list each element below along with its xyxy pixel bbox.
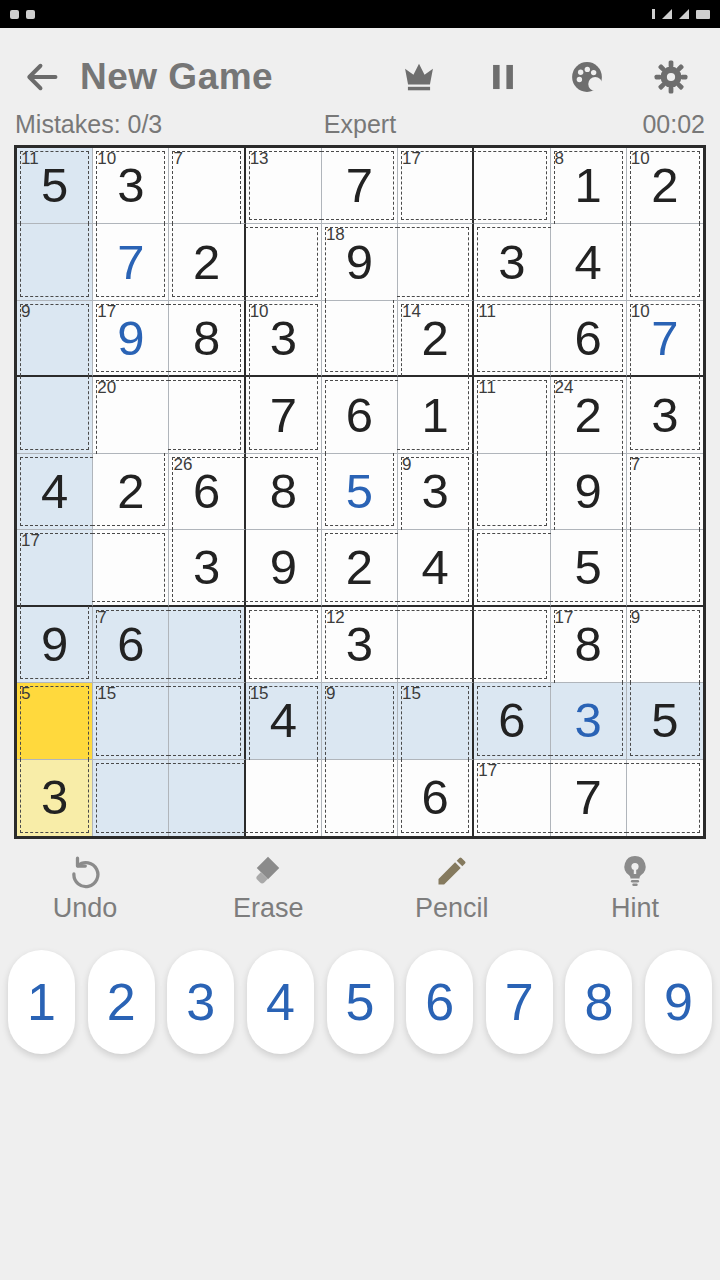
cell-r6c1[interactable]: 17 — [17, 530, 93, 606]
erase-button[interactable]: Erase — [223, 853, 313, 924]
cell-r9c5[interactable] — [322, 760, 398, 836]
cell-r6c6[interactable]: 4 — [398, 530, 474, 606]
pencil-icon — [434, 853, 470, 889]
status-bar — [0, 0, 720, 28]
cell-r7c3[interactable] — [169, 607, 245, 683]
cell-r1c8[interactable]: 81 — [551, 148, 627, 224]
cell-r4c8[interactable]: 242 — [551, 377, 627, 453]
undo-button[interactable]: Undo — [40, 853, 130, 924]
given-digit: 2 — [651, 161, 678, 210]
cell-r1c6[interactable]: 17 — [398, 148, 474, 224]
given-digit: 8 — [575, 620, 602, 669]
num-button-digit: 5 — [346, 972, 375, 1032]
given-digit: 8 — [193, 314, 220, 363]
cell-r7c9[interactable]: 9 — [627, 607, 703, 683]
cell-r9c6[interactable]: 6 — [398, 760, 474, 836]
given-digit: 7 — [346, 161, 373, 210]
cell-r4c2[interactable]: 20 — [93, 377, 169, 453]
given-digit: 9 — [346, 238, 373, 287]
page-title: New Game — [80, 56, 273, 98]
given-digit: 1 — [422, 391, 449, 440]
given-digit: 3 — [270, 314, 297, 363]
cage-sum-label: 17 — [555, 607, 574, 628]
erase-label: Erase — [233, 893, 304, 924]
num-button-digit: 2 — [107, 972, 136, 1032]
back-arrow-icon — [24, 59, 60, 95]
alarm-icon — [652, 9, 655, 19]
back-button[interactable] — [22, 57, 62, 97]
cell-r6c8[interactable]: 5 — [551, 530, 627, 606]
cage-sum-label: 17 — [21, 530, 40, 551]
cell-r8c1[interactable]: 5 — [17, 683, 93, 759]
settings-icon[interactable] — [652, 58, 690, 96]
cell-r6c5[interactable]: 2 — [322, 530, 398, 606]
cell-r2c8[interactable]: 4 — [551, 224, 627, 300]
given-digit: 1 — [575, 161, 602, 210]
cage-sum-label: 9 — [21, 301, 30, 322]
cell-r8c6[interactable]: 15 — [398, 683, 474, 759]
toolbar: Undo Erase Pencil Hint — [0, 839, 720, 924]
cell-r5c6[interactable]: 93 — [398, 454, 474, 530]
user-digit: 5 — [346, 467, 373, 516]
cage-sum-label: 12 — [326, 607, 345, 628]
given-digit: 9 — [41, 620, 68, 669]
cell-r5c3[interactable]: 266 — [169, 454, 245, 530]
cage-sum-label: 10 — [97, 148, 116, 169]
cell-r3c9[interactable]: 107 — [627, 301, 703, 377]
user-digit: 7 — [117, 238, 144, 287]
pencil-label: Pencil — [415, 893, 489, 924]
cell-r2c2[interactable]: 7 — [93, 224, 169, 300]
num-button-digit: 7 — [505, 972, 534, 1032]
given-digit: 2 — [193, 238, 220, 287]
user-digit: 7 — [651, 314, 678, 363]
cage-sum-label: 10 — [631, 301, 650, 322]
num-button-9[interactable]: 9 — [645, 950, 712, 1054]
cell-r4c5[interactable]: 6 — [322, 377, 398, 453]
given-digit: 3 — [193, 543, 220, 592]
cell-r4c4[interactable]: 7 — [246, 377, 322, 453]
num-button-1[interactable]: 1 — [8, 950, 75, 1054]
cell-r8c2[interactable]: 15 — [93, 683, 169, 759]
notification-icon — [26, 10, 35, 19]
cell-r6c3[interactable]: 3 — [169, 530, 245, 606]
num-button-digit: 8 — [584, 972, 613, 1032]
cell-r7c2[interactable]: 76 — [93, 607, 169, 683]
cell-r7c8[interactable]: 178 — [551, 607, 627, 683]
cell-r9c2[interactable] — [93, 760, 169, 836]
cage-sum-label: 9 — [326, 683, 335, 704]
wifi-icon — [679, 9, 689, 19]
num-button-5[interactable]: 5 — [327, 950, 394, 1054]
cell-r9c7[interactable]: 17 — [474, 760, 550, 836]
cage-sum-label: 17 — [478, 760, 497, 781]
cell-r9c4[interactable] — [246, 760, 322, 836]
given-digit: 7 — [270, 391, 297, 440]
given-digit: 6 — [193, 467, 220, 516]
cell-r8c3[interactable] — [169, 683, 245, 759]
user-digit: 3 — [575, 696, 602, 745]
cell-r5c7[interactable] — [474, 454, 550, 530]
given-digit: 5 — [651, 696, 678, 745]
given-digit: 7 — [575, 773, 602, 822]
cell-r1c5[interactable]: 7 — [322, 148, 398, 224]
cage-sum-label: 15 — [250, 683, 269, 704]
cell-r3c4[interactable]: 103 — [246, 301, 322, 377]
given-digit: 3 — [651, 391, 678, 440]
given-digit: 4 — [41, 467, 68, 516]
cage-sum-label: 8 — [555, 148, 564, 169]
given-digit: 9 — [270, 543, 297, 592]
given-digit: 3 — [117, 161, 144, 210]
hint-icon — [617, 853, 653, 889]
num-button-digit: 3 — [186, 972, 215, 1032]
given-digit: 8 — [270, 467, 297, 516]
cage-sum-label: 15 — [402, 683, 421, 704]
cage-sum-label: 9 — [402, 454, 411, 475]
crown-icon[interactable] — [400, 58, 438, 96]
cage-sum-label: 15 — [97, 683, 116, 704]
cell-r3c8[interactable]: 6 — [551, 301, 627, 377]
cell-r3c5[interactable] — [322, 301, 398, 377]
num-button-7[interactable]: 7 — [486, 950, 553, 1054]
undo-label: Undo — [53, 893, 118, 924]
cage-sum-label: 10 — [250, 301, 269, 322]
header: New Game — [0, 28, 720, 104]
info-row: Mistakes: 0/3 Expert 00:02 — [0, 104, 720, 143]
cell-r1c4[interactable]: 13 — [246, 148, 322, 224]
cell-r8c5[interactable]: 9 — [322, 683, 398, 759]
num-button-3[interactable]: 3 — [167, 950, 234, 1054]
cage-sum-label: 17 — [97, 301, 116, 322]
cage-sum-label: 26 — [173, 454, 192, 475]
cell-r5c5[interactable]: 5 — [322, 454, 398, 530]
erase-icon — [250, 853, 286, 889]
cage-sum-label: 14 — [402, 301, 421, 322]
cell-r4c9[interactable]: 3 — [627, 377, 703, 453]
cell-r4c1[interactable] — [17, 377, 93, 453]
cage-sum-label: 7 — [97, 607, 106, 628]
cell-r6c9[interactable] — [627, 530, 703, 606]
given-digit: 4 — [422, 543, 449, 592]
given-digit: 2 — [422, 314, 449, 363]
cell-r9c9[interactable] — [627, 760, 703, 836]
cage-sum-label: 11 — [21, 148, 39, 169]
cage-sum-label: 7 — [173, 148, 182, 169]
given-digit: 2 — [575, 391, 602, 440]
given-digit: 2 — [346, 543, 373, 592]
given-digit: 3 — [422, 467, 449, 516]
cell-r1c9[interactable]: 102 — [627, 148, 703, 224]
cell-r7c6[interactable] — [398, 607, 474, 683]
given-digit: 9 — [575, 467, 602, 516]
cage-sum-label: 7 — [631, 454, 640, 475]
cell-r3c3[interactable]: 8 — [169, 301, 245, 377]
given-digit: 6 — [346, 391, 373, 440]
cage-sum-label: 13 — [250, 148, 269, 169]
cell-r2c3[interactable]: 2 — [169, 224, 245, 300]
cell-r7c5[interactable]: 123 — [322, 607, 398, 683]
cell-r5c8[interactable]: 9 — [551, 454, 627, 530]
cell-r2c7[interactable]: 3 — [474, 224, 550, 300]
cell-r5c1[interactable]: 4 — [17, 454, 93, 530]
given-digit: 3 — [498, 238, 525, 287]
num-button-4[interactable]: 4 — [247, 950, 314, 1054]
palette-icon[interactable] — [568, 58, 606, 96]
cage-sum-label: 20 — [97, 377, 116, 398]
cell-r7c4[interactable] — [246, 607, 322, 683]
given-digit: 4 — [270, 696, 297, 745]
cage-sum-label: 11 — [478, 301, 496, 322]
cell-r3c7[interactable]: 11 — [474, 301, 550, 377]
num-button-digit: 4 — [266, 972, 295, 1032]
cell-r2c1[interactable] — [17, 224, 93, 300]
cage-sum-label: 10 — [631, 148, 650, 169]
number-pad: 123456789 — [0, 950, 720, 1054]
cage-sum-label: 9 — [631, 607, 640, 628]
cell-r4c7[interactable]: 11 — [474, 377, 550, 453]
difficulty-label: Expert — [0, 110, 720, 139]
given-digit: 2 — [117, 467, 144, 516]
given-digit: 4 — [575, 238, 602, 287]
cell-r8c7[interactable]: 6 — [474, 683, 550, 759]
cell-r1c2[interactable]: 103 — [93, 148, 169, 224]
cage-sum-label: 18 — [326, 224, 345, 245]
cell-r8c9[interactable]: 5 — [627, 683, 703, 759]
cell-r9c3[interactable] — [169, 760, 245, 836]
cell-r3c2[interactable]: 179 — [93, 301, 169, 377]
num-button-digit: 1 — [27, 972, 56, 1032]
cell-r1c1[interactable]: 115 — [17, 148, 93, 224]
cell-r5c4[interactable]: 8 — [246, 454, 322, 530]
cell-r9c8[interactable]: 7 — [551, 760, 627, 836]
given-digit: 6 — [117, 620, 144, 669]
num-button-8[interactable]: 8 — [565, 950, 632, 1054]
cell-r1c3[interactable]: 7 — [169, 148, 245, 224]
given-digit: 6 — [575, 314, 602, 363]
cell-r2c9[interactable] — [627, 224, 703, 300]
given-digit: 5 — [575, 543, 602, 592]
hint-label: Hint — [611, 893, 659, 924]
num-button-digit: 6 — [425, 972, 454, 1032]
cell-r7c1[interactable]: 9 — [17, 607, 93, 683]
given-digit: 3 — [346, 620, 373, 669]
undo-icon — [67, 853, 103, 889]
cell-r9c1[interactable]: 3 — [17, 760, 93, 836]
battery-icon — [696, 10, 710, 19]
cell-r5c2[interactable]: 2 — [93, 454, 169, 530]
cage-sum-label: 17 — [402, 148, 421, 169]
num-button-2[interactable]: 2 — [88, 950, 155, 1054]
cell-r3c6[interactable]: 142 — [398, 301, 474, 377]
cell-r3c1[interactable]: 9 — [17, 301, 93, 377]
given-digit: 5 — [41, 161, 68, 210]
given-digit: 6 — [498, 696, 525, 745]
cage-sum-label: 24 — [555, 377, 574, 398]
cage-sum-label: 11 — [478, 377, 496, 398]
user-digit: 9 — [117, 314, 144, 363]
cell-r4c6[interactable]: 1 — [398, 377, 474, 453]
pencil-button[interactable]: Pencil — [407, 853, 497, 924]
cell-r2c6[interactable] — [398, 224, 474, 300]
cell-r6c4[interactable]: 9 — [246, 530, 322, 606]
given-digit: 3 — [41, 773, 68, 822]
hint-button[interactable]: Hint — [590, 853, 680, 924]
cell-r2c5[interactable]: 189 — [322, 224, 398, 300]
cell-r1c7[interactable] — [474, 148, 550, 224]
cell-r7c7[interactable] — [474, 607, 550, 683]
pause-icon[interactable] — [484, 58, 522, 96]
cage-sum-label: 5 — [21, 683, 30, 704]
num-button-6[interactable]: 6 — [406, 950, 473, 1054]
cell-r8c8[interactable]: 3 — [551, 683, 627, 759]
given-digit: 6 — [422, 773, 449, 822]
cell-r4c3[interactable] — [169, 377, 245, 453]
num-button-digit: 9 — [664, 972, 693, 1032]
cell-r6c7[interactable] — [474, 530, 550, 606]
cell-r8c4[interactable]: 154 — [246, 683, 322, 759]
cell-r6c2[interactable] — [93, 530, 169, 606]
cell-r2c4[interactable] — [246, 224, 322, 300]
cell-r5c9[interactable]: 7 — [627, 454, 703, 530]
notification-icon — [10, 10, 19, 19]
sudoku-board: 1151037137178110272189349179810314211610… — [14, 145, 706, 839]
signal-icon — [662, 9, 672, 19]
